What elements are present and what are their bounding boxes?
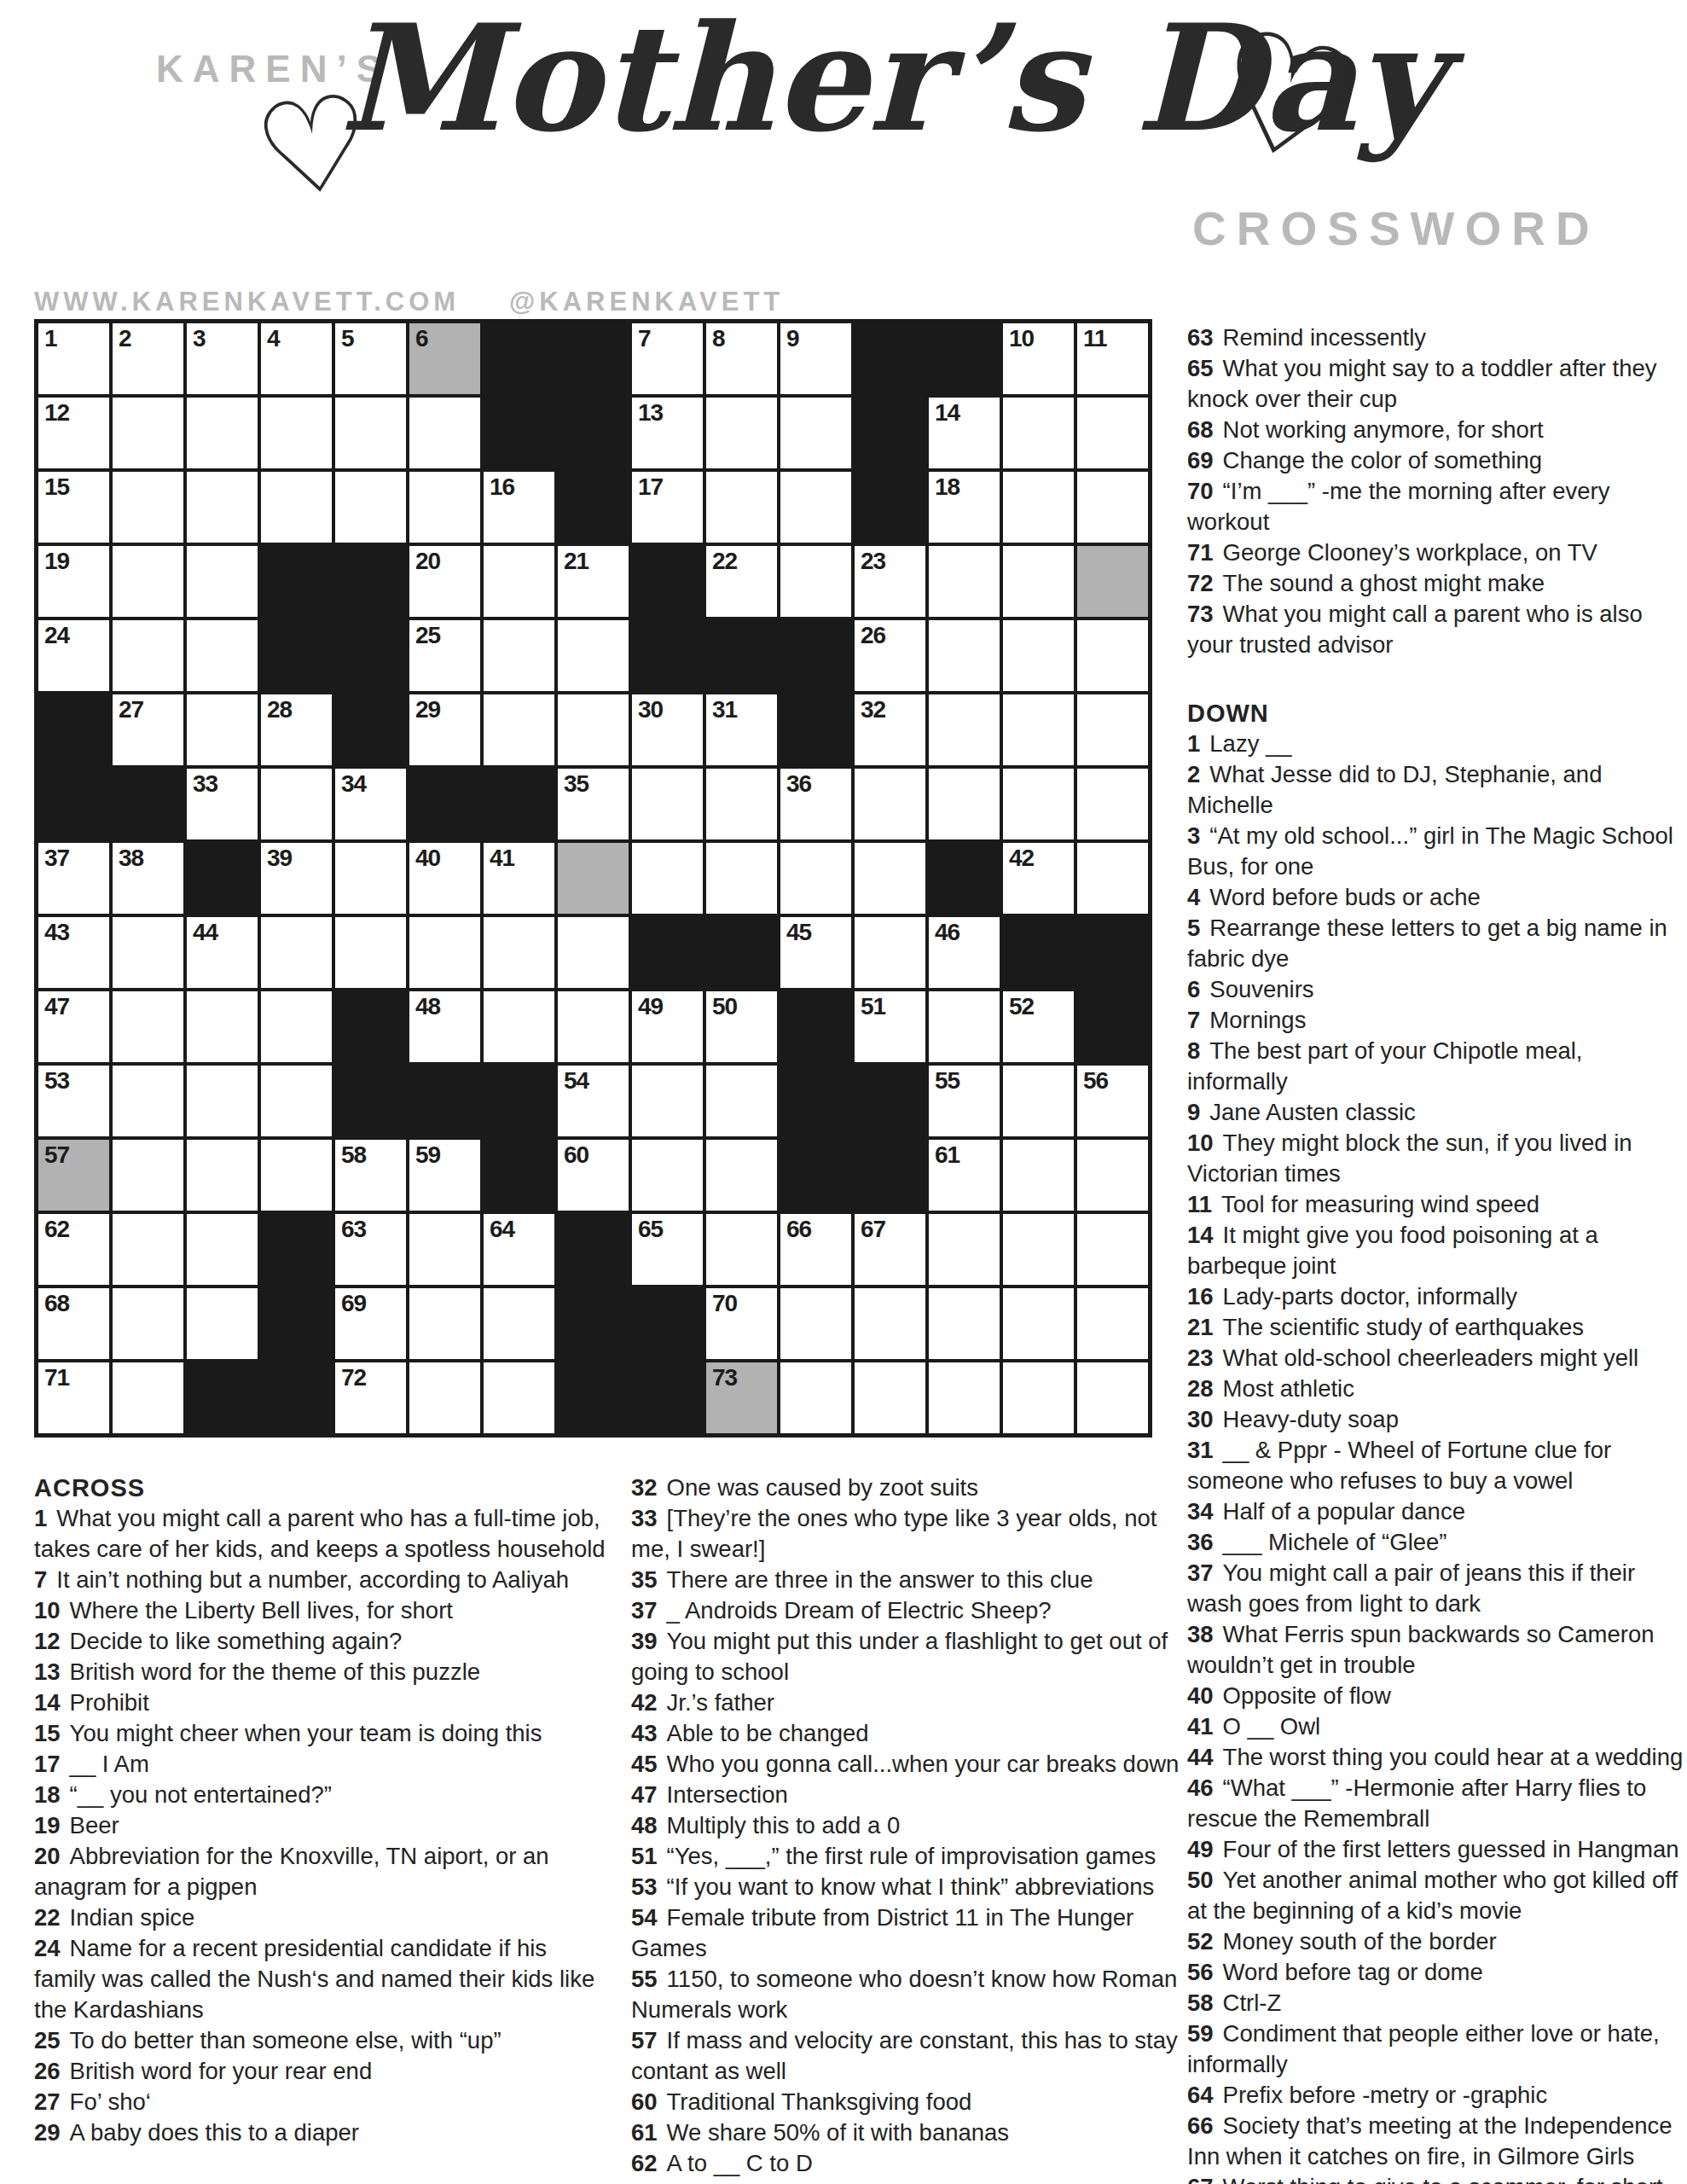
grid-cell[interactable] [780,1288,851,1359]
grid-cell[interactable] [113,1362,183,1433]
down-clue-59: 59Condiment that people either love or h… [1187,2018,1687,2080]
clue-number: 58 [341,1141,366,1169]
grid-cell[interactable] [1077,1140,1148,1211]
grid-cell[interactable]: 49 [632,991,703,1062]
grid-cell[interactable]: 39 [261,843,332,914]
clue-number: 26 [861,622,885,649]
grid-cell[interactable] [409,1362,480,1433]
grid-cell[interactable] [187,398,258,468]
clue-number: 20 [415,548,440,575]
grid-cell[interactable] [706,1066,777,1136]
grid-cell[interactable]: 59 [409,1140,480,1211]
grid-cell[interactable] [335,398,406,468]
clue-number: 67 [861,1216,885,1243]
grid-cell-black [187,1362,258,1433]
grid-cell-black [632,1362,703,1433]
grid-cell[interactable]: 6 [409,323,480,394]
grid-cell[interactable] [113,472,183,543]
grid-cell[interactable] [1003,546,1074,617]
grid-cell[interactable] [706,843,777,914]
grid-cell[interactable]: 72 [335,1362,406,1433]
grid-cell[interactable] [558,694,629,765]
grid-cell[interactable]: 30 [632,694,703,765]
across-clue-35: 35There are three in the answer to this … [631,1565,1191,1595]
grid-cell[interactable]: 24 [38,620,109,691]
grid-cell[interactable] [187,620,258,691]
grid-cell[interactable]: 37 [38,843,109,914]
grid-cell[interactable] [1077,472,1148,543]
clue-number: 15 [44,473,69,501]
grid-cell[interactable]: 34 [335,769,406,839]
clue-number: 28 [267,696,292,723]
grid-cell-black [261,620,332,691]
grid-cell[interactable]: 51 [855,991,925,1062]
grid-cell[interactable]: 35 [558,769,629,839]
clue-number: 55 [935,1067,959,1095]
across-clue-60: 60Traditional Thanksgiving food [631,2087,1191,2117]
grid-cell[interactable]: 3 [187,323,258,394]
grid-cell[interactable]: 26 [855,620,925,691]
grid-cell-black [855,398,925,468]
grid-cell[interactable] [1003,1066,1074,1136]
grid-cell-black [780,620,851,691]
clue-number: 18 [935,473,959,501]
grid-cell[interactable] [113,1140,183,1211]
grid-cell[interactable]: 58 [335,1140,406,1211]
grid-cell[interactable] [187,472,258,543]
grid-cell[interactable]: 55 [929,1066,1000,1136]
clue-number: 40 [415,845,440,872]
grid-cell[interactable]: 68 [38,1288,109,1359]
grid-cell[interactable]: 40 [409,843,480,914]
clue-number: 61 [935,1141,959,1169]
grid-cell[interactable] [558,843,629,914]
across-clue-48: 48Multiply this to add a 0 [631,1810,1191,1841]
grid-cell[interactable]: 53 [38,1066,109,1136]
clue-number: 39 [267,845,292,872]
grid-cell[interactable]: 22 [706,546,777,617]
grid-cell[interactable] [187,1288,258,1359]
grid-cell[interactable]: 63 [335,1214,406,1285]
grid-cell[interactable]: 9 [780,323,851,394]
clue-number: 2 [119,325,131,352]
grid-cell[interactable] [1077,1288,1148,1359]
grid-cell[interactable] [484,694,554,765]
grid-cell-black [632,620,703,691]
grid-cell[interactable] [335,843,406,914]
grid-cell-black [855,323,925,394]
clue-number: 17 [638,473,663,501]
grid-cell[interactable]: 42 [1003,843,1074,914]
clue-number: 22 [712,548,737,575]
grid-cell[interactable] [113,917,183,988]
grid-cell[interactable] [113,546,183,617]
grid-cell[interactable] [1077,620,1148,691]
down-clue-66: 66Society that’s meeting at the Independ… [1187,2111,1687,2172]
grid-cell[interactable] [1003,1288,1074,1359]
grid-cell[interactable] [706,1140,777,1211]
clue-number: 14 [935,399,959,427]
clue-number: 4 [267,325,280,352]
down-clue-9: 9Jane Austen classic [1187,1097,1687,1128]
grid-cell[interactable]: 2 [113,323,183,394]
grid-cell[interactable] [558,991,629,1062]
clue-number: 65 [638,1216,663,1243]
grid-cell[interactable] [706,398,777,468]
grid-cell[interactable] [1003,472,1074,543]
grid-cell[interactable]: 17 [632,472,703,543]
across-clue-63: 63Remind incessently [1187,322,1687,353]
across-clue-61: 61We share 50% of it with bananas [631,2117,1191,2148]
across-clue-list: 1What you might call a parent who has a … [34,1503,607,2148]
grid-cell-black [558,398,629,468]
grid-cell[interactable] [929,620,1000,691]
grid-cell[interactable] [929,546,1000,617]
down-clue-11: 11Tool for measuring wind speed [1187,1189,1687,1220]
grid-cell[interactable]: 38 [113,843,183,914]
grid-cell[interactable] [484,546,554,617]
grid-cell-black [409,1066,480,1136]
across-clues-column-1: ACROSS 1What you might call a parent who… [34,1472,607,2148]
grid-cell[interactable] [1077,546,1148,617]
down-clue-34: 34Half of a popular dance [1187,1496,1687,1527]
clue-number: 51 [861,993,885,1020]
grid-cell[interactable]: 23 [855,546,925,617]
across-clue-39: 39You might put this under a flashlight … [631,1626,1191,1687]
grid-cell[interactable] [1003,1362,1074,1433]
grid-cell-black [855,1066,925,1136]
across-clue-12: 12Decide to like something again? [34,1626,607,1657]
grid-cell[interactable]: 32 [855,694,925,765]
clue-number: 70 [712,1290,737,1317]
across-clue-55: 551150, to someone who doesn’t know how … [631,1964,1191,2025]
grid-cell[interactable] [632,1140,703,1211]
grid-cell[interactable]: 19 [38,546,109,617]
down-clue-41: 41O __ Owl [1187,1711,1687,1742]
grid-cell[interactable]: 41 [484,843,554,914]
grid-cell[interactable] [113,1066,183,1136]
grid-cell[interactable] [929,769,1000,839]
grid-cell[interactable]: 1 [38,323,109,394]
grid-cell[interactable]: 64 [484,1214,554,1285]
clue-number: 10 [1009,325,1034,352]
grid-cell[interactable] [632,843,703,914]
grid-cell[interactable]: 21 [558,546,629,617]
grid-cell-black [929,323,1000,394]
down-clue-52: 52Money south of the border [1187,1926,1687,1957]
grid-cell-black [335,546,406,617]
grid-cell[interactable] [1077,769,1148,839]
grid-cell[interactable]: 8 [706,323,777,394]
grid-cell[interactable]: 50 [706,991,777,1062]
down-clue-56: 56Word before tag or dome [1187,1957,1687,1988]
grid-cell[interactable]: 73 [706,1362,777,1433]
across-clue-15: 15You might cheer when your team is doin… [34,1718,607,1749]
across-clue-73: 73What you might call a parent who is al… [1187,599,1687,660]
grid-cell[interactable] [113,1288,183,1359]
grid-cell[interactable]: 36 [780,769,851,839]
grid-cell[interactable]: 62 [38,1214,109,1285]
grid-cell[interactable]: 57 [38,1140,109,1211]
grid-cell[interactable]: 66 [780,1214,851,1285]
grid-cell-black [335,1066,406,1136]
down-clue-38: 38What Ferris spun backwards so Cameron … [1187,1619,1687,1681]
across-clue-17: 17__ I Am [34,1749,607,1780]
grid-cell[interactable] [1003,769,1074,839]
grid-cell[interactable] [1003,620,1074,691]
clue-number: 11 [1083,325,1107,352]
grid-cell[interactable] [706,769,777,839]
grid-cell[interactable]: 25 [409,620,480,691]
grid-cell[interactable]: 54 [558,1066,629,1136]
grid-cell[interactable] [113,398,183,468]
grid-cell[interactable]: 15 [38,472,109,543]
grid-cell[interactable] [558,917,629,988]
grid-cell[interactable]: 20 [409,546,480,617]
down-clue-14: 14It might give you food poisoning at a … [1187,1220,1687,1281]
clue-number: 60 [564,1141,588,1169]
grid-cell[interactable] [335,917,406,988]
clue-number: 68 [44,1290,69,1317]
grid-cell[interactable]: 44 [187,917,258,988]
grid-cell[interactable] [855,1362,925,1433]
grid-cell-black [558,1214,629,1285]
grid-cell[interactable] [632,1066,703,1136]
grid-cell-black [558,1362,629,1433]
grid-cell[interactable] [113,1214,183,1285]
across-clue-10: 10Where the Liberty Bell lives, for shor… [34,1595,607,1626]
grid-cell[interactable] [706,472,777,543]
clue-number: 38 [119,845,143,872]
clue-number: 49 [638,993,663,1020]
across-clue-62: 62A to __ C to D [631,2148,1191,2179]
grid-cell[interactable] [409,398,480,468]
across-clue-26: 26British word for your rear end [34,2056,607,2087]
grid-cell[interactable] [261,991,332,1062]
grid-cell[interactable] [855,1288,925,1359]
across-clue-list: 32One was caused by zoot suits33[They’re… [631,1472,1191,2179]
grid-cell[interactable] [409,472,480,543]
clue-number: 19 [44,548,69,575]
grid-cell[interactable]: 56 [1077,1066,1148,1136]
grid-cell-black [632,546,703,617]
grid-cell[interactable]: 47 [38,991,109,1062]
grid-cell[interactable]: 28 [261,694,332,765]
grid-cell[interactable] [632,769,703,839]
clue-number: 12 [44,399,69,427]
across-clue-14: 14Prohibit [34,1687,607,1718]
grid-cell[interactable]: 70 [706,1288,777,1359]
down-clue-21: 21The scientific study of earthquakes [1187,1312,1687,1343]
across-clue-37: 37_ Androids Dream of Electric Sheep? [631,1595,1191,1626]
down-clue-28: 28Most athletic [1187,1374,1687,1404]
down-clue-2: 2What Jesse did to DJ, Stephanie, and Mi… [1187,759,1687,821]
grid-cell[interactable] [1077,1214,1148,1285]
grid-cell-black [38,769,109,839]
grid-cell[interactable] [780,472,851,543]
grid-cell[interactable] [261,769,332,839]
grid-cell[interactable]: 60 [558,1140,629,1211]
down-clue-3: 3“At my old school...” girl in The Magic… [1187,821,1687,882]
grid-cell[interactable]: 11 [1077,323,1148,394]
clue-number: 3 [193,325,206,352]
grid-cell[interactable] [1003,694,1074,765]
grid-cell[interactable] [929,1214,1000,1285]
grid-cell-black [855,472,925,543]
grid-cell[interactable] [261,1140,332,1211]
grid-cell-black [855,1140,925,1211]
grid-cell[interactable] [409,917,480,988]
across-clue-25: 25To do better than someone else, with “… [34,2025,607,2056]
grid-cell[interactable] [261,1066,332,1136]
clue-number: 33 [193,770,217,798]
grid-cell[interactable] [484,991,554,1062]
grid-cell[interactable] [261,472,332,543]
grid-cell[interactable] [706,1214,777,1285]
grid-cell[interactable]: 14 [929,398,1000,468]
grid-cell[interactable]: 27 [113,694,183,765]
grid-cell[interactable] [780,843,851,914]
grid-cell[interactable]: 10 [1003,323,1074,394]
across-clue-19: 19Beer [34,1810,607,1841]
grid-cell[interactable]: 43 [38,917,109,988]
clue-number: 24 [44,622,69,649]
grid-cell[interactable] [187,694,258,765]
clue-number: 71 [44,1364,69,1391]
across-heading: ACROSS [34,1472,607,1503]
grid-cell[interactable] [855,769,925,839]
down-clue-10: 10They might block the sun, if you lived… [1187,1128,1687,1189]
across-clue-71: 71George Clooney’s workplace, on TV [1187,537,1687,568]
grid-cell[interactable]: 52 [1003,991,1074,1062]
down-clue-30: 30Heavy-duty soap [1187,1404,1687,1435]
grid-cell[interactable] [409,1214,480,1285]
grid-cell[interactable] [484,1362,554,1433]
down-clue-58: 58Ctrl-Z [1187,1988,1687,2018]
grid-cell[interactable] [113,620,183,691]
grid-cell[interactable] [409,1288,480,1359]
grid-cell[interactable] [1077,694,1148,765]
clue-number: 57 [44,1141,69,1169]
grid-cell-black [558,1288,629,1359]
grid-cell[interactable]: 71 [38,1362,109,1433]
grid-cell[interactable]: 7 [632,323,703,394]
across-clue-65: 65What you might say to a toddler after … [1187,353,1687,415]
grid-cell-black [484,1140,554,1211]
grid-cell-black [261,1288,332,1359]
grid-cell[interactable] [780,546,851,617]
grid-cell[interactable] [1077,843,1148,914]
grid-cell[interactable] [484,620,554,691]
byline: WWW.KARENKAVETT.COM @KARENKAVETT [34,287,784,317]
grid-cell[interactable] [484,917,554,988]
clue-number: 72 [341,1364,366,1391]
down-clue-67: 67Worst thing to give to a scammer, for … [1187,2172,1687,2184]
grid-cell[interactable] [335,472,406,543]
down-clue-16: 16Lady-parts doctor, informally [1187,1281,1687,1312]
across-clue-72: 72The sound a ghost might make [1187,568,1687,599]
grid-cell-black [409,769,480,839]
clue-number: 37 [44,845,69,872]
grid-cell[interactable] [929,1362,1000,1433]
clue-number: 25 [415,622,440,649]
grid-cell[interactable] [187,1066,258,1136]
across-clue-27: 27Fo’ sho‘ [34,2087,607,2117]
grid-cell[interactable]: 18 [929,472,1000,543]
grid-cell[interactable] [187,546,258,617]
across-clue-33: 33[They’re the ones who type like 3 year… [631,1503,1191,1565]
grid-cell[interactable] [780,1362,851,1433]
grid-cell[interactable]: 69 [335,1288,406,1359]
grid-cell[interactable] [1077,1362,1148,1433]
grid-cell[interactable] [187,1214,258,1285]
grid-cell[interactable]: 33 [187,769,258,839]
social-handle: @KARENKAVETT [509,287,784,317]
grid-cell[interactable]: 5 [335,323,406,394]
clue-number: 54 [564,1067,588,1095]
grid-cell[interactable] [929,694,1000,765]
grid-cell[interactable]: 61 [929,1140,1000,1211]
grid-cell[interactable] [261,398,332,468]
grid-cell[interactable] [558,620,629,691]
grid-cell[interactable] [780,398,851,468]
grid-cell[interactable] [187,991,258,1062]
grid-cell[interactable] [1003,1214,1074,1285]
clue-number: 66 [786,1216,811,1243]
grid-cell[interactable] [929,1288,1000,1359]
grid-cell[interactable] [855,843,925,914]
across-clue-7: 7It ain’t nothing but a number, accordin… [34,1565,607,1595]
grid-cell[interactable] [113,991,183,1062]
down-clue-37: 37You might call a pair of jeans this if… [1187,1558,1687,1619]
grid-cell[interactable]: 16 [484,472,554,543]
across-clue-42: 42Jr.’s father [631,1687,1191,1718]
grid-cell[interactable] [187,1140,258,1211]
grid-cell[interactable]: 4 [261,323,332,394]
grid-cell-black [261,546,332,617]
across-clue-13: 13British word for the theme of this puz… [34,1657,607,1687]
across-clue-57: 57If mass and velocity are constant, thi… [631,2025,1191,2087]
grid-cell[interactable] [484,1288,554,1359]
website-url: WWW.KARENKAVETT.COM [34,287,460,317]
down-clue-7: 7Mornings [1187,1005,1687,1036]
clue-number: 42 [1009,845,1034,872]
across-clue-24: 24Name for a recent presidential candida… [34,1933,607,2025]
grid-cell[interactable]: 65 [632,1214,703,1285]
grid-cell[interactable] [1003,398,1074,468]
grid-cell[interactable] [1003,1140,1074,1211]
grid-cell[interactable] [261,917,332,988]
grid-cell[interactable] [929,991,1000,1062]
crossword-grid: 1234567891011121314151617181920212223242… [34,319,1152,1438]
grid-cell[interactable]: 46 [929,917,1000,988]
grid-cell[interactable] [855,917,925,988]
down-clue-8: 8The best part of your Chipotle meal, in… [1187,1036,1687,1097]
grid-cell[interactable]: 67 [855,1214,925,1285]
clue-number: 52 [1009,993,1034,1020]
across-clue-45: 45Who you gonna call...when your car bre… [631,1749,1191,1780]
grid-cell[interactable] [1077,398,1148,468]
across-clues-column-2: 32One was caused by zoot suits33[They’re… [631,1472,1191,2179]
grid-cell[interactable]: 13 [632,398,703,468]
grid-cell[interactable]: 48 [409,991,480,1062]
grid-cell[interactable]: 31 [706,694,777,765]
grid-cell[interactable]: 29 [409,694,480,765]
across-clue-29: 29A baby does this to a diaper [34,2117,607,2148]
grid-cell[interactable]: 12 [38,398,109,468]
grid-cell[interactable]: 45 [780,917,851,988]
clue-number: 5 [341,325,354,352]
